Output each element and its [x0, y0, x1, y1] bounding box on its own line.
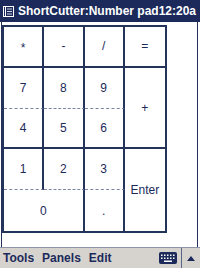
key-5[interactable]: 5 — [44, 109, 84, 150]
key-2[interactable]: 2 — [44, 149, 84, 190]
key-1[interactable]: 1 — [4, 149, 44, 190]
key-multiply[interactable]: * — [4, 27, 44, 68]
window-right-border — [197, 22, 198, 247]
key-minus[interactable]: - — [44, 27, 84, 68]
sip-up-arrow-icon[interactable] — [187, 256, 195, 261]
clock[interactable]: 12:20a — [159, 4, 196, 18]
menu-panels[interactable]: Panels — [38, 251, 85, 265]
sip-area — [157, 248, 200, 268]
key-equals[interactable]: = — [125, 27, 165, 68]
number-pad-grid: * - / = 7 8 9 + 4 5 6 1 2 3 Enter 0 . — [2, 25, 167, 233]
key-3[interactable]: 3 — [85, 149, 125, 190]
app-notes-icon — [2, 5, 15, 18]
menubar: Tools Panels Edit — [0, 247, 200, 268]
key-dot[interactable]: . — [85, 190, 125, 231]
keyboard-icon[interactable] — [157, 252, 179, 264]
key-9[interactable]: 9 — [85, 68, 125, 109]
key-plus[interactable]: + — [125, 68, 165, 150]
device-screen: ShortCutter:Number pad 12:20a * - / = 7 … — [0, 0, 200, 268]
sip-divider — [181, 248, 182, 268]
key-0[interactable]: 0 — [4, 190, 85, 231]
key-divide[interactable]: / — [85, 27, 125, 68]
menu-edit[interactable]: Edit — [85, 251, 116, 265]
key-6[interactable]: 6 — [85, 109, 125, 150]
menu-tools[interactable]: Tools — [0, 251, 38, 265]
key-4[interactable]: 4 — [4, 109, 44, 150]
titlebar: ShortCutter:Number pad 12:20a — [0, 0, 200, 22]
key-8[interactable]: 8 — [44, 68, 84, 109]
key-7[interactable]: 7 — [4, 68, 44, 109]
key-enter[interactable]: Enter — [125, 149, 165, 231]
page-title: ShortCutter:Number pad — [18, 4, 159, 18]
